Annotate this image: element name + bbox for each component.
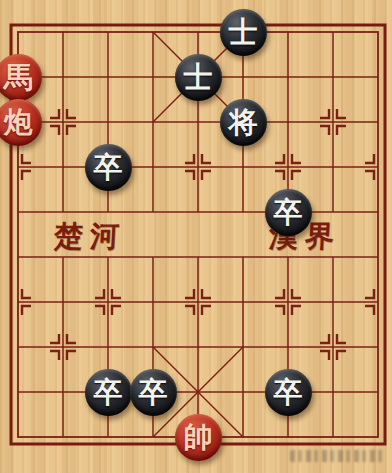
black-soldier-piece[interactable]: 卒: [85, 369, 132, 416]
red-general-piece[interactable]: 帥: [175, 414, 222, 461]
black-general-piece[interactable]: 将: [220, 99, 267, 146]
black-advisor-piece[interactable]: 士: [175, 54, 222, 101]
pieces-layer: 士士将卒卒卒卒卒馬炮帥: [0, 0, 392, 473]
black-soldier-piece[interactable]: 卒: [265, 369, 312, 416]
watermark: [290, 450, 384, 462]
red-cannon-piece[interactable]: 炮: [0, 99, 42, 146]
black-soldier-piece[interactable]: 卒: [130, 369, 177, 416]
black-soldier-piece[interactable]: 卒: [265, 189, 312, 236]
xiangqi-board[interactable]: 楚河 漢界 士士将卒卒卒卒卒馬炮帥: [0, 0, 392, 473]
black-advisor-piece[interactable]: 士: [220, 9, 267, 56]
red-horse-piece[interactable]: 馬: [0, 54, 42, 101]
black-soldier-piece[interactable]: 卒: [85, 144, 132, 191]
